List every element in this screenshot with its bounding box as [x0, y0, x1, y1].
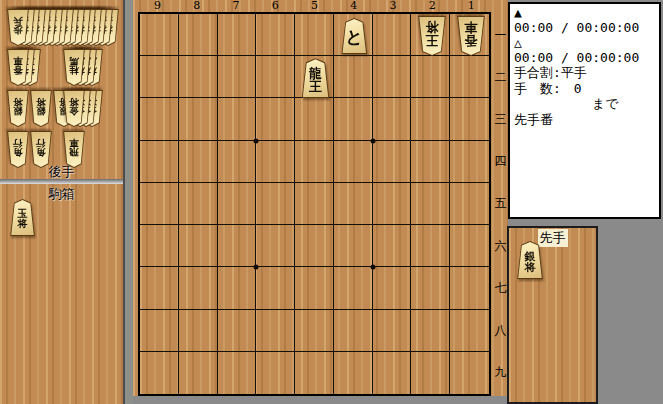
board-cell[interactable]: [140, 310, 179, 352]
board-cell[interactable]: [373, 267, 412, 309]
board-cell[interactable]: [373, 14, 412, 56]
hoshi-dot: [254, 265, 259, 270]
board-cell[interactable]: [218, 141, 257, 183]
board-cell[interactable]: [373, 225, 412, 267]
board-cell[interactable]: [295, 141, 334, 183]
file-label: 1: [452, 0, 491, 12]
rank-label: 一: [493, 14, 508, 56]
piece-kanji: 金将: [63, 90, 85, 127]
board-cell[interactable]: [334, 141, 373, 183]
board-cell[interactable]: [256, 14, 295, 56]
shogi-editor-window: { "game": "shogi", "app_mode": "board-ed…: [0, 0, 663, 404]
piece-ryuo[interactable]: 龍王: [302, 58, 330, 98]
piece-kanji: 桂馬: [63, 49, 85, 86]
piece-kanji: 香車: [7, 49, 29, 86]
move-count-text: 手 数: 0: [514, 81, 655, 97]
board-cell[interactable]: [295, 183, 334, 225]
board-cell[interactable]: [179, 98, 218, 140]
board-cell[interactable]: [450, 141, 489, 183]
board-cell[interactable]: [256, 141, 295, 183]
board-cell[interactable]: [411, 352, 450, 394]
board-cell[interactable]: [140, 183, 179, 225]
board-cell[interactable]: [218, 225, 257, 267]
piece-kanji: 銀将: [30, 90, 52, 127]
board-cell[interactable]: [140, 267, 179, 309]
board-cell[interactable]: [450, 56, 489, 98]
board-cell[interactable]: [218, 98, 257, 140]
board-cell[interactable]: [411, 183, 450, 225]
board-cell[interactable]: [295, 98, 334, 140]
piece-kanji: 玉将: [10, 199, 35, 236]
board-cell[interactable]: [450, 183, 489, 225]
board-cell[interactable]: [179, 225, 218, 267]
sente-hand-tray[interactable]: 先手 銀将: [507, 226, 598, 404]
rank-coordinates: 一二三四五六七八九: [493, 14, 508, 394]
board-cell[interactable]: [450, 225, 489, 267]
board-cell[interactable]: [256, 225, 295, 267]
board-cell[interactable]: [334, 56, 373, 98]
piece-角行[interactable]: 角行: [30, 131, 52, 168]
rank-label: 七: [493, 267, 508, 309]
board-cell[interactable]: [218, 310, 257, 352]
piece-kanji: 銀将: [517, 241, 543, 279]
board-cell[interactable]: [295, 14, 334, 56]
hoshi-dot: [370, 265, 375, 270]
board-cell[interactable]: [450, 352, 489, 394]
board-cell[interactable]: [256, 183, 295, 225]
board-cell[interactable]: [334, 267, 373, 309]
board-cell[interactable]: [411, 225, 450, 267]
rank-label: 四: [493, 141, 508, 183]
board-cell[interactable]: [140, 352, 179, 394]
board-cell[interactable]: [450, 310, 489, 352]
board-cell[interactable]: [334, 225, 373, 267]
board-cell[interactable]: [334, 183, 373, 225]
sente-clock: 00:00 / 00:00:00: [514, 20, 655, 36]
rank-label: 三: [493, 98, 508, 140]
board-cell[interactable]: [450, 98, 489, 140]
piece-kanji: 王将: [418, 16, 446, 56]
board-cell[interactable]: [218, 56, 257, 98]
board-cell[interactable]: [373, 56, 412, 98]
board-cell[interactable]: [140, 56, 179, 98]
file-label: 4: [334, 0, 373, 12]
board-cell[interactable]: [140, 225, 179, 267]
board-cell[interactable]: [450, 267, 489, 309]
rank-label: 八: [493, 310, 508, 352]
piece-歩兵[interactable]: 歩兵: [7, 9, 29, 46]
board-cell[interactable]: [334, 352, 373, 394]
board-cell[interactable]: [256, 352, 295, 394]
board-cell[interactable]: [179, 56, 218, 98]
board-cell[interactable]: [256, 310, 295, 352]
board-cell[interactable]: [140, 141, 179, 183]
piece-osho[interactable]: 王将: [418, 16, 446, 56]
board-cell[interactable]: [140, 98, 179, 140]
board-cell[interactable]: [295, 267, 334, 309]
file-label: 6: [256, 0, 295, 12]
piece-kanji: 歩兵: [7, 9, 29, 46]
board-cell[interactable]: [256, 98, 295, 140]
tray-divider: [0, 179, 123, 184]
board-cell[interactable]: [411, 267, 450, 309]
piece-飛車[interactable]: 飛車: [63, 131, 85, 168]
board-cell[interactable]: [373, 141, 412, 183]
piece-銀将[interactable]: 銀将: [30, 90, 52, 127]
piece-玉将[interactable]: 玉将: [10, 199, 35, 236]
board-cell[interactable]: [411, 56, 450, 98]
piece-香車[interactable]: 香車: [7, 49, 29, 86]
gote-hand-tray[interactable]: 歩兵歩兵歩兵歩兵歩兵歩兵歩兵歩兵歩兵歩兵歩兵歩兵歩兵歩兵歩兵歩兵歩兵香車香車香車…: [0, 0, 125, 404]
panel-gap: [125, 0, 133, 404]
board-cell[interactable]: [218, 14, 257, 56]
handicap-text: 手合割:平手: [514, 65, 655, 81]
hoshi-dot: [254, 138, 259, 143]
piece-kanji: 香車: [457, 16, 485, 56]
board-cell[interactable]: [218, 267, 257, 309]
board-cell[interactable]: [256, 267, 295, 309]
gote-turn-marker: △: [514, 36, 655, 50]
board-cell[interactable]: [373, 352, 412, 394]
piece-kanji: 角行: [30, 131, 52, 168]
board-cell[interactable]: [179, 183, 218, 225]
sente-turn-marker: ▲: [514, 6, 655, 20]
board-cell[interactable]: [334, 310, 373, 352]
board-cell[interactable]: [334, 98, 373, 140]
rank-label: 五: [493, 183, 508, 225]
piece-桂馬[interactable]: 桂馬: [63, 49, 85, 86]
piece-kanji: 角行: [7, 131, 29, 168]
piece-kanji: 銀将: [7, 90, 29, 127]
piece-銀将[interactable]: 銀将: [7, 90, 29, 127]
file-label: 7: [216, 0, 255, 12]
piece-tokin[interactable]: と: [341, 18, 367, 54]
board-cell[interactable]: [373, 183, 412, 225]
board-cell[interactable]: [218, 183, 257, 225]
board-panel: 987654321 と龍王王将香車 一二三四五六七八九: [133, 0, 508, 396]
piece-金将[interactable]: 金将: [63, 90, 85, 127]
file-label: 3: [373, 0, 412, 12]
board-cell[interactable]: [295, 352, 334, 394]
board-cell[interactable]: [179, 310, 218, 352]
hoshi-dot: [370, 138, 375, 143]
file-label: 5: [295, 0, 334, 12]
piece-kanji: 飛車: [63, 131, 85, 168]
board-cell[interactable]: [179, 267, 218, 309]
piece-角行[interactable]: 角行: [7, 131, 29, 168]
piece-kanji: 龍王: [302, 58, 330, 98]
board-cell[interactable]: [411, 310, 450, 352]
piece-kyosha[interactable]: 香車: [457, 16, 485, 56]
rank-label: 九: [493, 352, 508, 394]
made-text: まで: [592, 96, 655, 112]
board-cell[interactable]: [411, 98, 450, 140]
board-cell[interactable]: [373, 98, 412, 140]
file-coordinates: 987654321: [138, 0, 491, 12]
board-cell[interactable]: [179, 352, 218, 394]
gote-clock: 00:00 / 00:00:00: [514, 50, 655, 66]
board-cell[interactable]: [218, 352, 257, 394]
piece-銀将[interactable]: 銀将: [517, 241, 543, 279]
rank-label: 六: [493, 225, 508, 267]
shogi-board[interactable]: と龍王王将香車: [138, 12, 491, 396]
rank-label: 二: [493, 56, 508, 98]
board-cell[interactable]: [179, 14, 218, 56]
board-cell[interactable]: [179, 141, 218, 183]
board-cell[interactable]: [295, 225, 334, 267]
piece-kanji: と: [341, 18, 367, 54]
board-cell[interactable]: [373, 310, 412, 352]
file-label: 2: [413, 0, 452, 12]
file-label: 9: [138, 0, 177, 12]
game-info-panel: ▲ 00:00 / 00:00:00 △ 00:00 / 00:00:00 手合…: [508, 2, 661, 219]
board-cell[interactable]: [256, 56, 295, 98]
turn-text: 先手番: [514, 112, 655, 128]
board-cell[interactable]: [140, 14, 179, 56]
board-cell[interactable]: [411, 141, 450, 183]
file-label: 8: [177, 0, 216, 12]
board-cell[interactable]: [295, 310, 334, 352]
